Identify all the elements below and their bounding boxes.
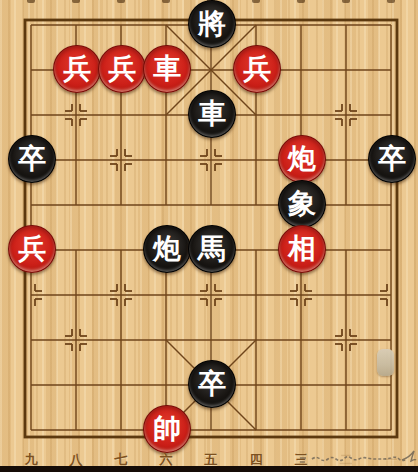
piece-black-soldier[interactable]: 卒: [368, 135, 416, 183]
piece-red-cannon[interactable]: 炮: [278, 135, 326, 183]
piece-red-soldier[interactable]: 兵: [98, 45, 146, 93]
piece-red-general[interactable]: 帥: [143, 405, 191, 453]
top-label-cutoff-mark: [27, 0, 35, 3]
piece-red-soldier[interactable]: 兵: [53, 45, 101, 93]
top-label-cutoff-mark: [387, 0, 395, 3]
piece-red-elephant[interactable]: 相: [278, 225, 326, 273]
piece-black-elephant[interactable]: 象: [278, 180, 326, 228]
top-label-cutoff-mark: [342, 0, 350, 3]
piece-black-horse[interactable]: 馬: [188, 225, 236, 273]
top-label-cutoff-mark: [297, 0, 305, 3]
piece-black-general[interactable]: 將: [188, 0, 236, 48]
piece-black-soldier[interactable]: 卒: [188, 360, 236, 408]
piece-red-chariot[interactable]: 車: [143, 45, 191, 93]
piece-red-soldier[interactable]: 兵: [233, 45, 281, 93]
piece-red-soldier[interactable]: 兵: [8, 225, 56, 273]
top-label-cutoff-mark: [117, 0, 125, 3]
bottom-black-bar: [0, 466, 418, 472]
piece-black-soldier[interactable]: 卒: [8, 135, 56, 183]
watermark-scribble: [298, 444, 418, 468]
top-label-cutoff-mark: [72, 0, 80, 3]
top-label-cutoff-mark: [252, 0, 260, 3]
right-edge-ui-artifact: [377, 349, 394, 376]
piece-black-cannon[interactable]: 炮: [143, 225, 191, 273]
top-label-cutoff-mark: [162, 0, 170, 3]
xiangqi-board-screen: 將兵兵車兵車卒炮卒象兵炮馬相卒帥 九八七六五四三二一: [0, 0, 418, 472]
piece-black-chariot[interactable]: 車: [188, 90, 236, 138]
